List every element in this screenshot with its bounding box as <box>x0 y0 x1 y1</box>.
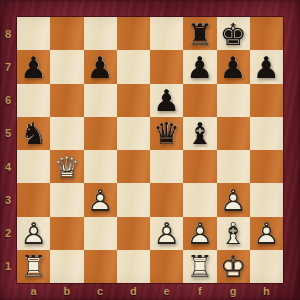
piece-glyph-outline: ♙ <box>183 217 216 250</box>
square-c4[interactable] <box>84 150 117 183</box>
piece-glyph-outline: ♙ <box>17 217 50 250</box>
piece-glyph-outline: ♟ <box>150 84 183 117</box>
file-label-d: d <box>117 283 150 299</box>
piece-glyph-outline: ♟ <box>217 51 250 84</box>
piece-glyph-outline: ♟ <box>17 51 50 84</box>
square-b4[interactable]: ♛♕ <box>50 150 83 183</box>
square-e1[interactable] <box>150 250 183 283</box>
square-e8[interactable] <box>150 17 183 50</box>
square-b3[interactable] <box>50 183 83 216</box>
file-label-c: c <box>84 283 117 299</box>
square-a4[interactable] <box>17 150 50 183</box>
square-f2[interactable]: ♟♙ <box>183 217 216 250</box>
square-b6[interactable] <box>50 84 83 117</box>
square-d2[interactable] <box>117 217 150 250</box>
square-f8[interactable]: ♖♜ <box>183 17 216 50</box>
white-pawn-g3[interactable]: ♟♙ <box>217 183 250 216</box>
rank-label-1: 1 <box>0 250 16 283</box>
black-pawn-a7[interactable]: ♙♟ <box>17 50 50 83</box>
square-e4[interactable] <box>150 150 183 183</box>
square-d3[interactable] <box>117 183 150 216</box>
file-label-g: g <box>217 283 250 299</box>
white-bishop-g2[interactable]: ♝♗ <box>217 217 250 250</box>
square-h8[interactable] <box>250 17 283 50</box>
square-d6[interactable] <box>117 84 150 117</box>
square-g8[interactable]: ♔♚ <box>217 17 250 50</box>
square-a6[interactable] <box>17 84 50 117</box>
white-pawn-h2[interactable]: ♟♙ <box>250 217 283 250</box>
black-pawn-c7[interactable]: ♙♟ <box>84 50 117 83</box>
rank-label-2: 2 <box>0 217 16 250</box>
square-c3[interactable]: ♟♙ <box>84 183 117 216</box>
black-knight-a5[interactable]: ♘♞ <box>17 117 50 150</box>
white-pawn-e2[interactable]: ♟♙ <box>150 217 183 250</box>
square-a3[interactable] <box>17 183 50 216</box>
square-e3[interactable] <box>150 183 183 216</box>
chess-diagram: ♖♜♔♚♙♟♙♟♙♟♙♟♙♟♙♟♘♞♕♛♗♝♛♕♟♙♟♙♟♙♟♙♟♙♝♗♟♙♜♖… <box>0 0 300 300</box>
piece-glyph-outline: ♚ <box>217 18 250 51</box>
black-pawn-f7[interactable]: ♙♟ <box>183 50 216 83</box>
rank-label-6: 6 <box>0 84 16 117</box>
square-b1[interactable] <box>50 250 83 283</box>
piece-glyph-outline: ♙ <box>150 217 183 250</box>
piece-glyph-outline: ♗ <box>217 217 250 250</box>
square-g5[interactable] <box>217 117 250 150</box>
square-h3[interactable] <box>250 183 283 216</box>
file-label-e: e <box>150 283 183 299</box>
square-d8[interactable] <box>117 17 150 50</box>
square-h1[interactable] <box>250 250 283 283</box>
square-f7[interactable]: ♙♟ <box>183 50 216 83</box>
square-g1[interactable]: ♚♔ <box>217 250 250 283</box>
piece-glyph-outline: ♔ <box>217 250 250 283</box>
square-c5[interactable] <box>84 117 117 150</box>
black-pawn-e6[interactable]: ♙♟ <box>150 84 183 117</box>
piece-glyph-outline: ♟ <box>250 51 283 84</box>
square-c2[interactable] <box>84 217 117 250</box>
piece-glyph-outline: ♟ <box>84 51 117 84</box>
square-h2[interactable]: ♟♙ <box>250 217 283 250</box>
white-pawn-f2[interactable]: ♟♙ <box>183 217 216 250</box>
white-king-g1[interactable]: ♚♔ <box>217 250 250 283</box>
white-pawn-c3[interactable]: ♟♙ <box>84 183 117 216</box>
piece-glyph-outline: ♖ <box>17 250 50 283</box>
piece-glyph-outline: ♙ <box>84 184 117 217</box>
white-pawn-a2[interactable]: ♟♙ <box>17 217 50 250</box>
board: ♖♜♔♚♙♟♙♟♙♟♙♟♙♟♙♟♘♞♕♛♗♝♛♕♟♙♟♙♟♙♟♙♟♙♝♗♟♙♜♖… <box>17 17 283 283</box>
white-rook-a1[interactable]: ♜♖ <box>17 250 50 283</box>
square-c1[interactable] <box>84 250 117 283</box>
square-g4[interactable] <box>217 150 250 183</box>
square-d4[interactable] <box>117 150 150 183</box>
black-rook-f8[interactable]: ♖♜ <box>183 17 216 50</box>
square-c6[interactable] <box>84 84 117 117</box>
square-b5[interactable] <box>50 117 83 150</box>
black-pawn-h7[interactable]: ♙♟ <box>250 50 283 83</box>
piece-glyph-outline: ♙ <box>217 184 250 217</box>
square-e2[interactable]: ♟♙ <box>150 217 183 250</box>
rank-label-3: 3 <box>0 183 16 216</box>
square-c8[interactable] <box>84 17 117 50</box>
square-h7[interactable]: ♙♟ <box>250 50 283 83</box>
square-d5[interactable] <box>117 117 150 150</box>
square-g2[interactable]: ♝♗ <box>217 217 250 250</box>
rank-label-7: 7 <box>0 50 16 83</box>
square-d7[interactable] <box>117 50 150 83</box>
square-b2[interactable] <box>50 217 83 250</box>
rank-label-5: 5 <box>0 117 16 150</box>
square-h6[interactable] <box>250 84 283 117</box>
black-king-g8[interactable]: ♔♚ <box>217 17 250 50</box>
square-e5[interactable]: ♕♛ <box>150 117 183 150</box>
square-c7[interactable]: ♙♟ <box>84 50 117 83</box>
square-g3[interactable]: ♟♙ <box>217 183 250 216</box>
square-f1[interactable]: ♜♖ <box>183 250 216 283</box>
black-queen-e5[interactable]: ♕♛ <box>150 117 183 150</box>
piece-glyph-outline: ♜ <box>183 18 216 51</box>
piece-glyph-outline: ♟ <box>183 51 216 84</box>
square-a1[interactable]: ♜♖ <box>17 250 50 283</box>
square-f5[interactable]: ♗♝ <box>183 117 216 150</box>
piece-glyph-outline: ♝ <box>183 117 216 150</box>
square-a8[interactable] <box>17 17 50 50</box>
square-d1[interactable] <box>117 250 150 283</box>
square-e7[interactable] <box>150 50 183 83</box>
piece-glyph-outline: ♛ <box>150 117 183 150</box>
rank-label-8: 8 <box>0 17 16 50</box>
square-g7[interactable]: ♙♟ <box>217 50 250 83</box>
white-queen-b4[interactable]: ♛♕ <box>50 150 83 183</box>
square-b8[interactable] <box>50 17 83 50</box>
file-label-f: f <box>183 283 216 299</box>
white-rook-f1[interactable]: ♜♖ <box>183 250 216 283</box>
square-a2[interactable]: ♟♙ <box>17 217 50 250</box>
black-pawn-g7[interactable]: ♙♟ <box>217 50 250 83</box>
rank-label-4: 4 <box>0 150 16 183</box>
piece-glyph-outline: ♕ <box>50 151 83 184</box>
file-label-h: h <box>250 283 283 299</box>
square-a5[interactable]: ♘♞ <box>17 117 50 150</box>
square-f6[interactable] <box>183 84 216 117</box>
square-f4[interactable] <box>183 150 216 183</box>
square-g6[interactable] <box>217 84 250 117</box>
piece-glyph-outline: ♞ <box>17 117 50 150</box>
square-f3[interactable] <box>183 183 216 216</box>
black-bishop-f5[interactable]: ♗♝ <box>183 117 216 150</box>
file-label-b: b <box>50 283 83 299</box>
piece-glyph-outline: ♙ <box>250 217 283 250</box>
square-a7[interactable]: ♙♟ <box>17 50 50 83</box>
square-h4[interactable] <box>250 150 283 183</box>
square-h5[interactable] <box>250 117 283 150</box>
square-b7[interactable] <box>50 50 83 83</box>
file-label-a: a <box>17 283 50 299</box>
square-e6[interactable]: ♙♟ <box>150 84 183 117</box>
piece-glyph-outline: ♖ <box>183 250 216 283</box>
